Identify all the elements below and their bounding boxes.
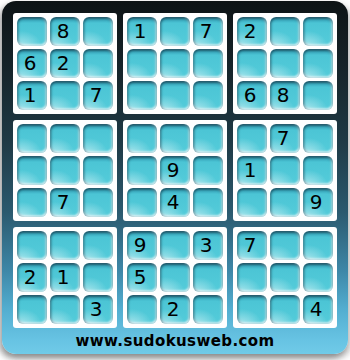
cell-digit: 5 <box>134 267 147 287</box>
cell-digit: 6 <box>244 85 257 105</box>
sudoku-cell-r3c9[interactable] <box>303 81 333 110</box>
sudoku-cell-r3c4[interactable] <box>127 81 157 110</box>
sudoku-cell-r6c8[interactable] <box>270 188 300 217</box>
sudoku-cell-r3c2[interactable] <box>50 81 80 110</box>
cell-digit: 4 <box>310 299 323 319</box>
cell-digit: 9 <box>167 160 180 180</box>
sudoku-box-middle-right: 719 <box>233 120 337 221</box>
sudoku-cell-r7c9[interactable] <box>303 231 333 260</box>
sudoku-box-top-left: 86217 <box>13 13 117 114</box>
sudoku-box-middle-center: 94 <box>123 120 227 221</box>
sudoku-cell-r5c2[interactable] <box>50 156 80 185</box>
cell-digit: 1 <box>24 85 37 105</box>
sudoku-cell-r2c4[interactable] <box>127 49 157 78</box>
sudoku-cell-r5c6[interactable] <box>193 156 223 185</box>
sudoku-cell-r7c8[interactable] <box>270 231 300 260</box>
sudoku-cell-r7c1[interactable] <box>17 231 47 260</box>
sudoku-box-top-center: 17 <box>123 13 227 114</box>
cell-digit: 7 <box>57 192 70 212</box>
sudoku-cell-r3c1: 1 <box>17 81 47 110</box>
sudoku-cell-r9c9: 4 <box>303 295 333 324</box>
sudoku-cell-r3c6[interactable] <box>193 81 223 110</box>
cell-digit: 8 <box>277 85 290 105</box>
cell-digit: 8 <box>57 21 70 41</box>
sudoku-cell-r9c4[interactable] <box>127 295 157 324</box>
sudoku-cell-r9c5: 2 <box>160 295 190 324</box>
sudoku-cell-r8c3[interactable] <box>83 263 113 292</box>
sudoku-cell-r8c6[interactable] <box>193 263 223 292</box>
sudoku-cell-r5c9[interactable] <box>303 156 333 185</box>
sudoku-box-middle-left: 7 <box>13 120 117 221</box>
cell-digit: 7 <box>90 85 103 105</box>
sudoku-cell-r3c8: 8 <box>270 81 300 110</box>
sudoku-cell-r1c5[interactable] <box>160 17 190 46</box>
cell-digit: 9 <box>310 192 323 212</box>
sudoku-cell-r2c9[interactable] <box>303 49 333 78</box>
cell-digit: 2 <box>244 21 257 41</box>
sudoku-cell-r8c8[interactable] <box>270 263 300 292</box>
sudoku-cell-r4c6[interactable] <box>193 124 223 153</box>
sudoku-cell-r9c3: 3 <box>83 295 113 324</box>
sudoku-cell-r8c4: 5 <box>127 263 157 292</box>
cell-digit: 7 <box>244 235 257 255</box>
cell-digit: 2 <box>167 299 180 319</box>
sudoku-cell-r4c7[interactable] <box>237 124 267 153</box>
sudoku-cell-r9c7[interactable] <box>237 295 267 324</box>
cell-digit: 4 <box>167 192 180 212</box>
sudoku-cell-r5c1[interactable] <box>17 156 47 185</box>
sudoku-cell-r6c7[interactable] <box>237 188 267 217</box>
cell-digit: 1 <box>134 21 147 41</box>
sudoku-cell-r2c5[interactable] <box>160 49 190 78</box>
sudoku-cell-r5c8[interactable] <box>270 156 300 185</box>
sudoku-cell-r5c7: 1 <box>237 156 267 185</box>
sudoku-cell-r7c6: 3 <box>193 231 223 260</box>
sudoku-cell-r4c4[interactable] <box>127 124 157 153</box>
sudoku-cell-r4c5[interactable] <box>160 124 190 153</box>
sudoku-cell-r2c6[interactable] <box>193 49 223 78</box>
sudoku-cell-r6c2: 7 <box>50 188 80 217</box>
sudoku-cell-r1c1[interactable] <box>17 17 47 46</box>
sudoku-cell-r4c9[interactable] <box>303 124 333 153</box>
sudoku-cell-r3c5[interactable] <box>160 81 190 110</box>
sudoku-cell-r8c7[interactable] <box>237 263 267 292</box>
cell-digit: 9 <box>134 235 147 255</box>
sudoku-cell-r8c9[interactable] <box>303 263 333 292</box>
sudoku-cell-r4c8: 7 <box>270 124 300 153</box>
cell-digit: 7 <box>200 21 213 41</box>
sudoku-cell-r1c6: 7 <box>193 17 223 46</box>
sudoku-cell-r7c5[interactable] <box>160 231 190 260</box>
cell-digit: 3 <box>200 235 213 255</box>
sudoku-cell-r9c8[interactable] <box>270 295 300 324</box>
sudoku-cell-r6c5: 4 <box>160 188 190 217</box>
sudoku-cell-r2c1: 6 <box>17 49 47 78</box>
sudoku-cell-r4c1[interactable] <box>17 124 47 153</box>
cell-digit: 1 <box>244 160 257 180</box>
sudoku-board: 86217 17 268 7 94 719 213 9352 74 <box>13 13 337 328</box>
sudoku-cell-r9c2[interactable] <box>50 295 80 324</box>
sudoku-cell-r6c9: 9 <box>303 188 333 217</box>
sudoku-cell-r1c2: 8 <box>50 17 80 46</box>
sudoku-cell-r7c7: 7 <box>237 231 267 260</box>
sudoku-cell-r6c3[interactable] <box>83 188 113 217</box>
cell-digit: 7 <box>277 128 290 148</box>
cell-digit: 3 <box>90 299 103 319</box>
sudoku-cell-r8c2: 1 <box>50 263 80 292</box>
sudoku-cell-r2c7[interactable] <box>237 49 267 78</box>
sudoku-cell-r7c2[interactable] <box>50 231 80 260</box>
cell-digit: 2 <box>57 53 70 73</box>
sudoku-cell-r2c8[interactable] <box>270 49 300 78</box>
board-frame: 86217 17 268 7 94 719 213 9352 74 www.su… <box>2 1 348 354</box>
sudoku-cell-r8c1: 2 <box>17 263 47 292</box>
sudoku-cell-r9c6[interactable] <box>193 295 223 324</box>
sudoku-cell-r6c6[interactable] <box>193 188 223 217</box>
sudoku-cell-r7c4: 9 <box>127 231 157 260</box>
sudoku-cell-r3c7: 6 <box>237 81 267 110</box>
sudoku-cell-r6c1[interactable] <box>17 188 47 217</box>
sudoku-cell-r2c2: 2 <box>50 49 80 78</box>
sudoku-cell-r5c5: 9 <box>160 156 190 185</box>
sudoku-box-bottom-center: 9352 <box>123 227 227 328</box>
sudoku-cell-r5c3[interactable] <box>83 156 113 185</box>
sudoku-cell-r5c4[interactable] <box>127 156 157 185</box>
sudoku-cell-r7c3[interactable] <box>83 231 113 260</box>
sudoku-cell-r1c7: 2 <box>237 17 267 46</box>
sudoku-box-bottom-left: 213 <box>13 227 117 328</box>
cell-digit: 6 <box>24 53 37 73</box>
sudoku-cell-r4c3[interactable] <box>83 124 113 153</box>
sudoku-cell-r1c4: 1 <box>127 17 157 46</box>
sudoku-cell-r4c2[interactable] <box>50 124 80 153</box>
cell-digit: 1 <box>57 267 70 287</box>
cell-digit: 2 <box>24 267 37 287</box>
sudoku-box-top-right: 268 <box>233 13 337 114</box>
sudoku-cell-r8c5[interactable] <box>160 263 190 292</box>
sudoku-box-bottom-right: 74 <box>233 227 337 328</box>
sudoku-cell-r3c3: 7 <box>83 81 113 110</box>
sudoku-cell-r9c1[interactable] <box>17 295 47 324</box>
sudoku-cell-r1c3[interactable] <box>83 17 113 46</box>
site-url: www.sudokusweb.com <box>13 328 337 354</box>
sudoku-cell-r1c8[interactable] <box>270 17 300 46</box>
sudoku-cell-r6c4[interactable] <box>127 188 157 217</box>
sudoku-cell-r1c9[interactable] <box>303 17 333 46</box>
sudoku-cell-r2c3[interactable] <box>83 49 113 78</box>
